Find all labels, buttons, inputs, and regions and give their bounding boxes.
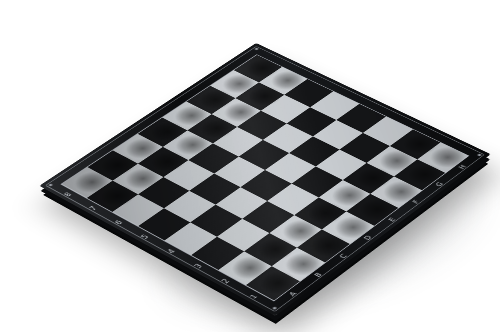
rank-label-4: 4 [167, 249, 177, 255]
rank-label-2: 2 [222, 279, 232, 285]
rank-label-7: 7 [89, 206, 98, 212]
pawn-glyph: ♟ [88, 133, 132, 200]
rook-glyph: ♜ [244, 207, 297, 287]
rank-label-8: 8 [64, 192, 73, 198]
rank-label-1: 1 [249, 294, 259, 300]
rank-label-6: 6 [115, 220, 124, 226]
rank-label-5: 5 [141, 234, 151, 240]
rivet [48, 184, 52, 187]
rivet [272, 307, 277, 310]
perspective-scene: ABCDEFGH12345678 ♜♞♝♛♚♝♞♜♟♟♟♟♟♟♟♟♟♟♟♟♟♟♟… [0, 0, 500, 332]
chess-board: ABCDEFGH12345678 ♜♞♝♛♚♝♞♜♟♟♟♟♟♟♟♟♟♟♟♟♟♟♟… [39, 43, 490, 316]
rank-label-3: 3 [194, 264, 204, 270]
rivet [477, 154, 481, 157]
chess-set-photo: ABCDEFGH12345678 ♜♞♝♛♚♝♞♜♟♟♟♟♟♟♟♟♟♟♟♟♟♟♟… [0, 0, 500, 332]
file-label-f: F [412, 199, 421, 204]
pieces-layer: ♜♞♝♛♚♝♞♜♟♟♟♟♟♟♟♟♟♟♟♟♟♟♟♟♜♞♝♛♚♝♞♜ [62, 55, 468, 300]
